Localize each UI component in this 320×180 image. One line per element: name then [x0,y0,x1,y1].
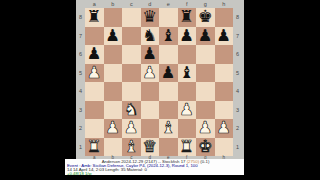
square-a6[interactable]: ♟ [85,45,104,64]
black-pawn-d6[interactable]: ♟ [142,45,157,64]
square-f3[interactable]: ♟ [178,101,197,120]
square-h8[interactable] [215,8,234,27]
black-queen-d8[interactable]: ♛ [142,8,157,27]
square-e6[interactable] [159,45,178,64]
file-label-c: c [122,1,141,8]
square-e5[interactable]: ♟ [159,64,178,83]
file-label-e: e [159,1,178,8]
rank-label-7: 7 [233,27,242,46]
square-h6[interactable] [215,45,234,64]
square-g7[interactable]: ♟ [196,27,215,46]
square-d5[interactable]: ♟ [141,64,160,83]
square-b8[interactable] [104,8,123,27]
black-rook-a8[interactable]: ♜ [87,8,102,27]
result-text: (0-1) [199,159,209,164]
square-a8[interactable]: ♜ [85,8,104,27]
rank-label-3: 3 [76,101,85,120]
white-pawn-a5[interactable]: ♟ [87,63,102,82]
square-g5[interactable] [196,64,215,83]
white-knight-c3[interactable]: ♞ [124,100,139,119]
square-d3[interactable] [141,101,160,120]
square-b4[interactable] [104,82,123,101]
white-pawn-g2[interactable]: ♟ [198,119,213,138]
white-king-g1[interactable]: ♚ [198,137,213,156]
white-bishop-e2[interactable]: ♝ [161,119,176,138]
white-bishop-c1[interactable]: ♝ [124,137,139,156]
white-pawn-d5[interactable]: ♟ [142,63,157,82]
rank-label-6: 6 [233,45,242,64]
chess-board[interactable]: ♜♛♜♚♟♞♝♟♟♟♟♟♟♟♟♝♞♟♟♟♝♟♟♜♝♛♜♚ [85,8,233,156]
square-a2[interactable] [85,119,104,138]
square-g2[interactable]: ♟ [196,119,215,138]
engine-eval-line: +0.48|18 1/w [65,172,244,176]
square-c6[interactable] [122,45,141,64]
square-b7[interactable]: ♟ [104,27,123,46]
square-e8[interactable] [159,8,178,27]
white-pawn-c2[interactable]: ♟ [124,119,139,138]
rank-label-2: 2 [233,119,242,138]
square-a7[interactable] [85,27,104,46]
square-h4[interactable] [215,82,234,101]
square-g8[interactable]: ♚ [196,8,215,27]
square-h5[interactable] [215,64,234,83]
square-g4[interactable] [196,82,215,101]
square-e7[interactable]: ♝ [159,27,178,46]
rank-label-5: 5 [76,64,85,83]
file-label-b: b [104,1,123,8]
square-h3[interactable] [215,101,234,120]
rank-label-7: 7 [76,27,85,46]
chess-app-window: abcdefgh 87654321 ♜♛♜♚♟♞♝♟♟♟♟♟♟♟♟♝♞♟♟♟♝♟… [0,0,320,180]
black-king-g8[interactable]: ♚ [198,8,213,27]
square-b5[interactable] [104,64,123,83]
square-b6[interactable] [104,45,123,64]
square-h2[interactable]: ♟ [215,119,234,138]
square-a3[interactable] [85,101,104,120]
square-c2[interactable]: ♟ [122,119,141,138]
square-h7[interactable]: ♟ [215,27,234,46]
rank-label-4: 4 [76,82,85,101]
white-pawn-b2[interactable]: ♟ [105,119,120,138]
rank-label-2: 2 [76,119,85,138]
square-h1[interactable] [215,138,234,157]
square-b1[interactable] [104,138,123,157]
square-b2[interactable]: ♟ [104,119,123,138]
square-d2[interactable] [141,119,160,138]
white-pawn-f3[interactable]: ♟ [179,100,194,119]
black-pawn-b7[interactable]: ♟ [105,26,120,45]
square-e2[interactable]: ♝ [159,119,178,138]
square-a1[interactable]: ♜ [85,138,104,157]
square-c5[interactable] [122,64,141,83]
rank-label-1: 1 [233,138,242,157]
board-frame: abcdefgh 87654321 ♜♛♜♚♟♞♝♟♟♟♟♟♟♟♟♝♞♟♟♟♝♟… [76,0,244,159]
square-f7[interactable]: ♟ [178,27,197,46]
rank-label-3: 3 [233,101,242,120]
square-f4[interactable] [178,82,197,101]
square-a4[interactable] [85,82,104,101]
black-pawn-h7[interactable]: ♟ [216,26,231,45]
square-c3[interactable]: ♞ [122,101,141,120]
rank-label-5: 5 [233,64,242,83]
rank-label-8: 8 [233,8,242,27]
white-rook-a1[interactable]: ♜ [87,137,102,156]
file-label-h: h [215,1,234,8]
square-g1[interactable]: ♚ [196,138,215,157]
square-d8[interactable]: ♛ [141,8,160,27]
black-pawn-e5[interactable]: ♟ [161,63,176,82]
square-e3[interactable] [159,101,178,120]
square-b3[interactable] [104,101,123,120]
square-c7[interactable] [122,27,141,46]
square-e4[interactable] [159,82,178,101]
white-pawn-h2[interactable]: ♟ [216,119,231,138]
square-f1[interactable]: ♜ [178,138,197,157]
game-info-panel: Anderson 2024-12-29 (2147) -- Stockfish … [65,159,244,175]
black-knight-d7[interactable]: ♞ [142,26,157,45]
square-g3[interactable] [196,101,215,120]
white-rook-f1[interactable]: ♜ [179,137,194,156]
black-pawn-f7[interactable]: ♟ [179,26,194,45]
black-pawn-a6[interactable]: ♟ [87,45,102,64]
square-d6[interactable]: ♟ [141,45,160,64]
rank-label-8: 8 [76,8,85,27]
rank-labels-right: 87654321 [233,8,244,156]
square-c4[interactable] [122,82,141,101]
black-rook-f8[interactable]: ♜ [179,8,194,27]
square-e1[interactable] [159,138,178,157]
square-f5[interactable]: ♝ [178,64,197,83]
square-g6[interactable] [196,45,215,64]
square-d1[interactable]: ♛ [141,138,160,157]
black-bishop-e7[interactable]: ♝ [161,26,176,45]
square-f6[interactable] [178,45,197,64]
black-bishop-f5[interactable]: ♝ [179,63,194,82]
square-d4[interactable] [141,82,160,101]
square-c1[interactable]: ♝ [122,138,141,157]
rank-label-1: 1 [76,138,85,157]
white-queen-d1[interactable]: ♛ [142,137,157,156]
rank-label-6: 6 [76,45,85,64]
square-f8[interactable]: ♜ [178,8,197,27]
square-c8[interactable] [122,8,141,27]
square-a5[interactable]: ♟ [85,64,104,83]
square-f2[interactable] [178,119,197,138]
black-pawn-g7[interactable]: ♟ [198,26,213,45]
rank-label-4: 4 [233,82,242,101]
rank-labels-left: 87654321 [76,8,85,156]
square-d7[interactable]: ♞ [141,27,160,46]
